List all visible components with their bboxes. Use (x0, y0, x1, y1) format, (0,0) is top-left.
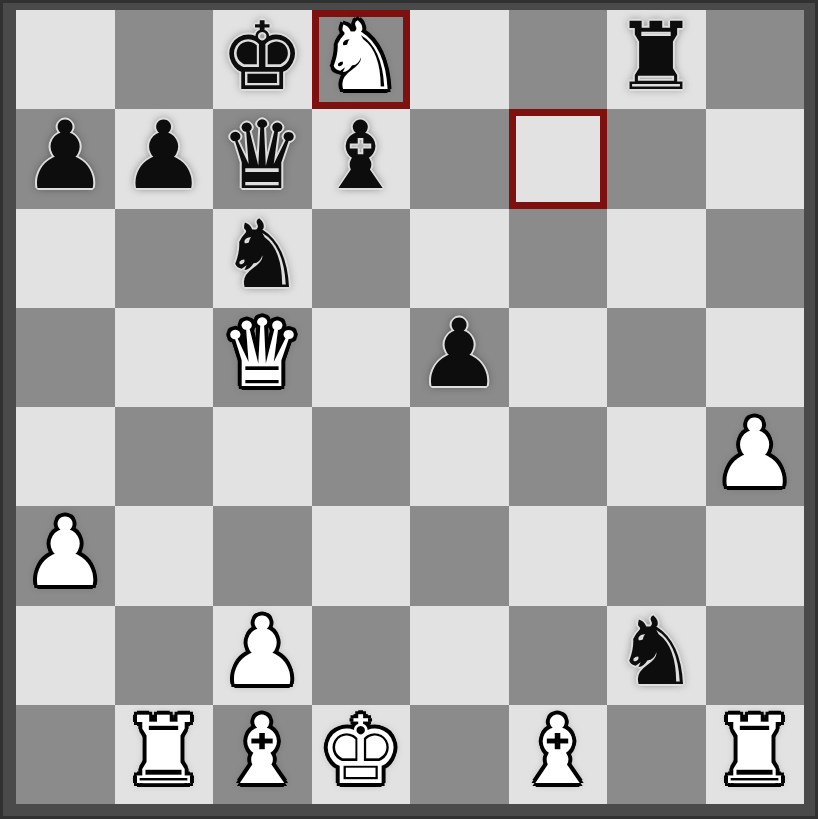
square-c2[interactable]: ♟ (213, 606, 312, 705)
black-pawn[interactable]: ♟ (122, 109, 206, 203)
board-frame: ♚♞♜♟♟♛♝♞♛♟♟♟♟♞♜♝♚♝♜ (0, 0, 818, 819)
square-h8[interactable] (706, 10, 805, 109)
black-bishop[interactable]: ♝ (319, 109, 403, 203)
square-b1[interactable]: ♜ (115, 705, 214, 804)
white-bishop[interactable]: ♝ (516, 704, 600, 798)
square-e8[interactable] (410, 10, 509, 109)
square-e3[interactable] (410, 506, 509, 605)
square-g6[interactable] (607, 209, 706, 308)
square-b8[interactable] (115, 10, 214, 109)
square-f2[interactable] (509, 606, 608, 705)
square-d5[interactable] (312, 308, 411, 407)
square-b3[interactable] (115, 506, 214, 605)
square-g7[interactable] (607, 109, 706, 208)
square-d8[interactable]: ♞ (312, 10, 411, 109)
square-a8[interactable] (16, 10, 115, 109)
white-pawn[interactable]: ♟ (220, 605, 304, 699)
square-d7[interactable]: ♝ (312, 109, 411, 208)
square-e1[interactable] (410, 705, 509, 804)
black-knight[interactable]: ♞ (614, 605, 698, 699)
square-a3[interactable]: ♟ (16, 506, 115, 605)
square-f3[interactable] (509, 506, 608, 605)
square-a2[interactable] (16, 606, 115, 705)
square-h2[interactable] (706, 606, 805, 705)
square-c7[interactable]: ♛ (213, 109, 312, 208)
square-d3[interactable] (312, 506, 411, 605)
square-a6[interactable] (16, 209, 115, 308)
square-g8[interactable]: ♜ (607, 10, 706, 109)
square-h6[interactable] (706, 209, 805, 308)
square-e7[interactable] (410, 109, 509, 208)
square-f4[interactable] (509, 407, 608, 506)
square-e5[interactable]: ♟ (410, 308, 509, 407)
black-knight[interactable]: ♞ (220, 208, 304, 302)
square-d1[interactable]: ♚ (312, 705, 411, 804)
square-f6[interactable] (509, 209, 608, 308)
square-b5[interactable] (115, 308, 214, 407)
square-h1[interactable]: ♜ (706, 705, 805, 804)
square-f8[interactable] (509, 10, 608, 109)
square-h4[interactable]: ♟ (706, 407, 805, 506)
square-b7[interactable]: ♟ (115, 109, 214, 208)
square-c8[interactable]: ♚ (213, 10, 312, 109)
square-h7[interactable] (706, 109, 805, 208)
square-g3[interactable] (607, 506, 706, 605)
square-f1[interactable]: ♝ (509, 705, 608, 804)
black-rook[interactable]: ♜ (614, 10, 698, 104)
white-king[interactable]: ♚ (319, 704, 403, 798)
square-g5[interactable] (607, 308, 706, 407)
square-c5[interactable]: ♛ (213, 308, 312, 407)
black-pawn[interactable]: ♟ (23, 109, 107, 203)
white-rook[interactable]: ♜ (713, 704, 797, 798)
black-pawn[interactable]: ♟ (417, 307, 501, 401)
square-a5[interactable] (16, 308, 115, 407)
square-h3[interactable] (706, 506, 805, 605)
square-b6[interactable] (115, 209, 214, 308)
square-a1[interactable] (16, 705, 115, 804)
square-d4[interactable] (312, 407, 411, 506)
square-a4[interactable] (16, 407, 115, 506)
square-g2[interactable]: ♞ (607, 606, 706, 705)
white-pawn[interactable]: ♟ (23, 506, 107, 600)
chess-board: ♚♞♜♟♟♛♝♞♛♟♟♟♟♞♜♝♚♝♜ (16, 10, 804, 804)
white-bishop[interactable]: ♝ (220, 704, 304, 798)
square-a7[interactable]: ♟ (16, 109, 115, 208)
black-king[interactable]: ♚ (220, 10, 304, 104)
square-g4[interactable] (607, 407, 706, 506)
square-c6[interactable]: ♞ (213, 209, 312, 308)
square-g1[interactable] (607, 705, 706, 804)
white-queen[interactable]: ♛ (220, 307, 304, 401)
square-b2[interactable] (115, 606, 214, 705)
square-c4[interactable] (213, 407, 312, 506)
white-rook[interactable]: ♜ (122, 704, 206, 798)
square-e2[interactable] (410, 606, 509, 705)
square-d6[interactable] (312, 209, 411, 308)
square-e4[interactable] (410, 407, 509, 506)
square-f7[interactable] (509, 109, 608, 208)
white-pawn[interactable]: ♟ (713, 407, 797, 501)
white-knight[interactable]: ♞ (319, 10, 403, 104)
square-h5[interactable] (706, 308, 805, 407)
square-e6[interactable] (410, 209, 509, 308)
square-b4[interactable] (115, 407, 214, 506)
square-d2[interactable] (312, 606, 411, 705)
square-f5[interactable] (509, 308, 608, 407)
square-c3[interactable] (213, 506, 312, 605)
square-c1[interactable]: ♝ (213, 705, 312, 804)
black-queen[interactable]: ♛ (220, 109, 304, 203)
